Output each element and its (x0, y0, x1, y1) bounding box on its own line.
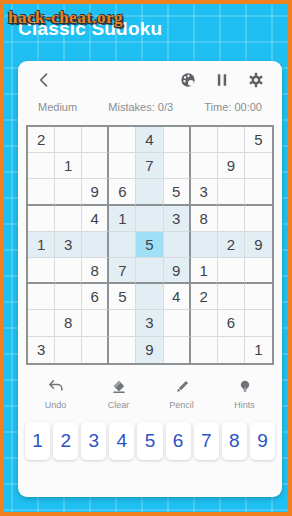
cell-r5c4[interactable] (109, 232, 136, 258)
back-button[interactable] (34, 70, 54, 90)
cell-r8c7[interactable] (191, 310, 218, 336)
game-card: Medium Mistakes: 0/3 Time: 00:00 2451799… (18, 61, 282, 497)
cell-r5c8[interactable]: 2 (218, 232, 245, 258)
cell-r1c7[interactable] (191, 127, 218, 153)
undo-icon (46, 377, 66, 397)
sudoku-board: 245179965341381352987916542836391 (26, 125, 274, 365)
cell-r3c1[interactable] (28, 179, 55, 205)
numpad-key-4[interactable]: 4 (109, 422, 134, 460)
cell-r1c4[interactable] (109, 127, 136, 153)
cell-r6c4[interactable]: 7 (109, 258, 136, 284)
cell-r3c9[interactable] (245, 179, 272, 205)
cell-r6c9[interactable] (245, 258, 272, 284)
numpad-key-7[interactable]: 7 (194, 422, 219, 460)
cell-r6c2[interactable] (55, 258, 82, 284)
cell-r7c4[interactable]: 5 (109, 284, 136, 310)
cell-r7c2[interactable] (55, 284, 82, 310)
cell-r6c3[interactable]: 8 (82, 258, 109, 284)
status-bar: Medium Mistakes: 0/3 Time: 00:00 (18, 101, 282, 113)
cell-r6c5[interactable] (136, 258, 163, 284)
pause-icon (212, 70, 232, 90)
cell-r4c9[interactable] (245, 206, 272, 232)
toolbar (18, 61, 282, 93)
cell-r7c6[interactable]: 4 (164, 284, 191, 310)
cell-r8c5[interactable]: 3 (136, 310, 163, 336)
watermark: hack-cheat.org (8, 8, 123, 28)
cell-r2c2[interactable]: 1 (55, 153, 82, 179)
numpad-key-1[interactable]: 1 (25, 422, 50, 460)
cell-r4c3[interactable]: 4 (82, 206, 109, 232)
numpad-key-9[interactable]: 9 (250, 422, 275, 460)
gear-icon (246, 70, 266, 90)
cell-r1c5[interactable]: 4 (136, 127, 163, 153)
cell-r2c3[interactable] (82, 153, 109, 179)
cell-r2c8[interactable]: 9 (218, 153, 245, 179)
mistakes-label: Mistakes: 0/3 (108, 101, 173, 113)
cell-r2c1[interactable] (28, 153, 55, 179)
cell-r4c7[interactable]: 8 (191, 206, 218, 232)
cell-r9c3[interactable] (82, 337, 109, 363)
cell-r3c2[interactable] (55, 179, 82, 205)
cell-r1c3[interactable] (82, 127, 109, 153)
cell-r5c5[interactable]: 5 (136, 232, 163, 258)
cell-r5c6[interactable] (164, 232, 191, 258)
cell-r8c9[interactable] (245, 310, 272, 336)
cell-r4c5[interactable] (136, 206, 163, 232)
cell-r2c4[interactable] (109, 153, 136, 179)
cell-r4c8[interactable] (218, 206, 245, 232)
cell-r2c9[interactable] (245, 153, 272, 179)
cell-r9c4[interactable] (109, 337, 136, 363)
cell-r3c4[interactable]: 6 (109, 179, 136, 205)
cell-r1c6[interactable] (164, 127, 191, 153)
cell-r7c9[interactable] (245, 284, 272, 310)
theme-button[interactable] (178, 70, 198, 90)
cell-r8c6[interactable] (164, 310, 191, 336)
cell-r7c3[interactable]: 6 (82, 284, 109, 310)
cell-r2c7[interactable] (191, 153, 218, 179)
cell-r8c3[interactable] (82, 310, 109, 336)
pencil-button[interactable]: Pencil (150, 377, 213, 410)
cell-r3c5[interactable] (136, 179, 163, 205)
time-label: Time: 00:00 (204, 101, 262, 113)
cell-r5c2[interactable]: 3 (55, 232, 82, 258)
cell-r5c3[interactable] (82, 232, 109, 258)
difficulty-label: Medium (38, 101, 77, 113)
hints-button[interactable]: Hints (213, 377, 276, 410)
pencil-label: Pencil (169, 400, 194, 410)
palette-icon (178, 70, 198, 90)
cell-r9c6[interactable] (164, 337, 191, 363)
cell-r7c8[interactable] (218, 284, 245, 310)
lightbulb-icon (235, 377, 255, 397)
cell-r3c8[interactable] (218, 179, 245, 205)
cell-r7c1[interactable] (28, 284, 55, 310)
cell-r5c1[interactable]: 1 (28, 232, 55, 258)
numpad-key-2[interactable]: 2 (53, 422, 78, 460)
cell-r6c1[interactable] (28, 258, 55, 284)
cell-r5c9[interactable]: 9 (245, 232, 272, 258)
cell-r3c7[interactable]: 3 (191, 179, 218, 205)
cell-r4c1[interactable] (28, 206, 55, 232)
cell-r7c5[interactable] (136, 284, 163, 310)
hints-label: Hints (234, 400, 255, 410)
cell-r4c6[interactable]: 3 (164, 206, 191, 232)
cell-r6c8[interactable] (218, 258, 245, 284)
cell-r9c5[interactable]: 9 (136, 337, 163, 363)
clear-label: Clear (108, 400, 130, 410)
numpad-key-5[interactable]: 5 (137, 422, 162, 460)
settings-button[interactable] (246, 70, 266, 90)
cell-r3c6[interactable]: 5 (164, 179, 191, 205)
cell-r2c6[interactable] (164, 153, 191, 179)
cell-r9c9[interactable]: 1 (245, 337, 272, 363)
cell-r9c1[interactable]: 3 (28, 337, 55, 363)
eraser-icon (109, 377, 129, 397)
cell-r8c2[interactable]: 8 (55, 310, 82, 336)
undo-label: Undo (45, 400, 67, 410)
cell-r4c4[interactable]: 1 (109, 206, 136, 232)
cell-r2c5[interactable]: 7 (136, 153, 163, 179)
numpad-key-8[interactable]: 8 (222, 422, 247, 460)
cell-r7c7[interactable]: 2 (191, 284, 218, 310)
tools-row: Undo Clear Pe (18, 377, 282, 410)
cell-r1c2[interactable] (55, 127, 82, 153)
cell-r1c8[interactable] (218, 127, 245, 153)
cell-r1c1[interactable]: 2 (28, 127, 55, 153)
cell-r8c8[interactable]: 6 (218, 310, 245, 336)
cell-r1c9[interactable]: 5 (245, 127, 272, 153)
numpad-key-3[interactable]: 3 (81, 422, 106, 460)
pause-button[interactable] (212, 70, 232, 90)
cell-r6c6[interactable]: 9 (164, 258, 191, 284)
undo-button[interactable]: Undo (24, 377, 87, 410)
cell-r5c7[interactable] (191, 232, 218, 258)
number-pad: 123456789 (18, 422, 282, 460)
cell-r9c7[interactable] (191, 337, 218, 363)
cell-r4c2[interactable] (55, 206, 82, 232)
numpad-key-6[interactable]: 6 (166, 422, 191, 460)
pencil-icon (172, 377, 192, 397)
chevron-left-icon (34, 70, 54, 90)
clear-button[interactable]: Clear (87, 377, 150, 410)
cell-r6c7[interactable]: 1 (191, 258, 218, 284)
app-screen: hack-cheat.org Classic Sudoku (0, 0, 292, 516)
cell-r9c8[interactable] (218, 337, 245, 363)
cell-r3c3[interactable]: 9 (82, 179, 109, 205)
cell-r9c2[interactable] (55, 337, 82, 363)
cell-r8c1[interactable] (28, 310, 55, 336)
cell-r8c4[interactable] (109, 310, 136, 336)
